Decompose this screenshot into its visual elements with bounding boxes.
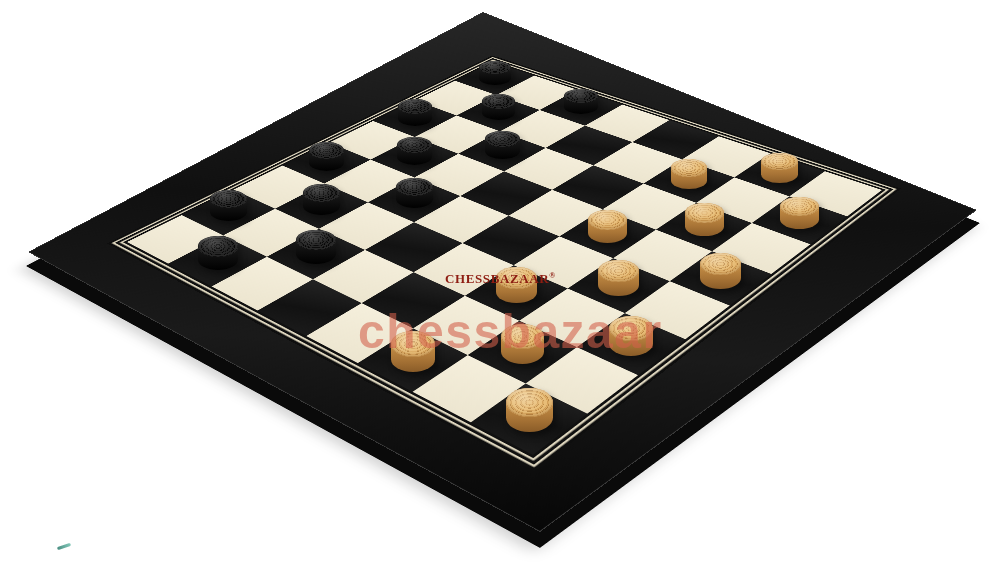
white-checker (685, 203, 724, 236)
white-checker (700, 253, 741, 289)
black-checker (479, 61, 511, 85)
black-checker (485, 131, 520, 159)
black-checker (198, 236, 238, 270)
brand-logo-watermark: CHESSBAZAAR® (445, 271, 645, 287)
white-checker (761, 153, 798, 183)
black-checker (564, 89, 597, 115)
black-checker (309, 142, 345, 171)
registered-mark: ® (549, 271, 556, 280)
white-checker (506, 388, 553, 433)
black-checker (210, 190, 248, 221)
black-checker (396, 178, 433, 209)
black-checker (296, 230, 336, 264)
black-checker (397, 137, 432, 165)
white-checker (780, 197, 819, 230)
brand-logo-text: CHESSBAZAAR (445, 271, 549, 286)
black-checker (398, 99, 432, 125)
black-checker (482, 94, 515, 120)
large-brand-watermark: chessbazaar (358, 304, 663, 359)
product-photo: CHESSBAZAAR® chessbazaar (0, 0, 1000, 562)
black-checker (303, 184, 340, 215)
white-checker (671, 159, 708, 189)
white-checker (588, 210, 627, 243)
